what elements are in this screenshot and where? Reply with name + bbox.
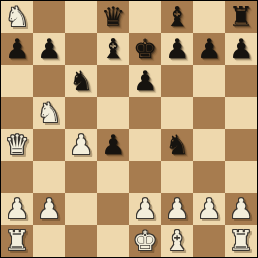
square-e7[interactable]: ♚ (129, 33, 161, 65)
piece-black-knight-c6: ♞ (69, 65, 93, 97)
piece-white-pawn-b2: ♟ (37, 193, 61, 225)
square-a7[interactable]: ♟ (1, 33, 33, 65)
square-a8[interactable]: ♞ (1, 1, 33, 33)
square-h3[interactable] (225, 161, 257, 193)
square-f3[interactable] (161, 161, 193, 193)
square-b3[interactable] (33, 161, 65, 193)
square-f1[interactable]: ♝ (161, 225, 193, 257)
square-d5[interactable] (97, 97, 129, 129)
square-a4[interactable]: ♛ (1, 129, 33, 161)
square-c4[interactable]: ♟ (65, 129, 97, 161)
square-a3[interactable] (1, 161, 33, 193)
square-d7[interactable]: ♝ (97, 33, 129, 65)
square-d4[interactable]: ♟ (97, 129, 129, 161)
square-g1[interactable] (193, 225, 225, 257)
square-b1[interactable] (33, 225, 65, 257)
chess-board-frame: ♞♛♝♜♟♟♝♚♟♟♟♞♟♞♛♟♟♞♟♟♟♟♟♟♜♚♝♜ (0, 0, 258, 258)
square-f7[interactable]: ♟ (161, 33, 193, 65)
piece-white-bishop-f1: ♝ (165, 225, 189, 257)
square-c6[interactable]: ♞ (65, 65, 97, 97)
square-c7[interactable] (65, 33, 97, 65)
piece-black-queen-d8: ♛ (101, 1, 125, 33)
square-b8[interactable] (33, 1, 65, 33)
square-g3[interactable] (193, 161, 225, 193)
piece-black-pawn-f7: ♟ (165, 33, 189, 65)
square-h6[interactable] (225, 65, 257, 97)
square-c5[interactable] (65, 97, 97, 129)
square-h2[interactable]: ♟ (225, 193, 257, 225)
square-e6[interactable]: ♟ (129, 65, 161, 97)
square-b5[interactable]: ♞ (33, 97, 65, 129)
square-f2[interactable]: ♟ (161, 193, 193, 225)
piece-black-pawn-g7: ♟ (197, 33, 221, 65)
square-f5[interactable] (161, 97, 193, 129)
piece-white-pawn-c4: ♟ (69, 129, 93, 161)
piece-white-knight-a8: ♞ (5, 1, 29, 33)
square-e4[interactable] (129, 129, 161, 161)
square-e1[interactable]: ♚ (129, 225, 161, 257)
square-d6[interactable] (97, 65, 129, 97)
square-a5[interactable] (1, 97, 33, 129)
piece-white-rook-a1: ♜ (5, 225, 29, 257)
square-g8[interactable] (193, 1, 225, 33)
piece-white-rook-h1: ♜ (229, 225, 253, 257)
square-d1[interactable] (97, 225, 129, 257)
square-d3[interactable] (97, 161, 129, 193)
square-e2[interactable]: ♟ (129, 193, 161, 225)
piece-black-king-e7: ♚ (133, 33, 157, 65)
square-b6[interactable] (33, 65, 65, 97)
square-c3[interactable] (65, 161, 97, 193)
piece-white-queen-a4: ♛ (5, 129, 29, 161)
piece-white-king-e1: ♚ (133, 225, 157, 257)
chess-board: ♞♛♝♜♟♟♝♚♟♟♟♞♟♞♛♟♟♞♟♟♟♟♟♟♜♚♝♜ (1, 1, 257, 257)
square-e8[interactable] (129, 1, 161, 33)
piece-white-pawn-a2: ♟ (5, 193, 29, 225)
square-g6[interactable] (193, 65, 225, 97)
square-g5[interactable] (193, 97, 225, 129)
piece-white-pawn-f2: ♟ (165, 193, 189, 225)
piece-black-pawn-e6: ♟ (133, 65, 157, 97)
square-c8[interactable] (65, 1, 97, 33)
square-a6[interactable] (1, 65, 33, 97)
square-h8[interactable]: ♜ (225, 1, 257, 33)
piece-black-pawn-d4: ♟ (101, 129, 125, 161)
piece-black-rook-h8: ♜ (229, 1, 253, 33)
square-f6[interactable] (161, 65, 193, 97)
piece-black-bishop-f8: ♝ (165, 1, 189, 33)
square-b7[interactable]: ♟ (33, 33, 65, 65)
square-a2[interactable]: ♟ (1, 193, 33, 225)
piece-white-pawn-h2: ♟ (229, 193, 253, 225)
square-h4[interactable] (225, 129, 257, 161)
square-a1[interactable]: ♜ (1, 225, 33, 257)
square-g4[interactable] (193, 129, 225, 161)
piece-white-pawn-g2: ♟ (197, 193, 221, 225)
square-f4[interactable]: ♞ (161, 129, 193, 161)
piece-white-knight-b5: ♞ (37, 97, 61, 129)
piece-black-pawn-b7: ♟ (37, 33, 61, 65)
square-h5[interactable] (225, 97, 257, 129)
square-f8[interactable]: ♝ (161, 1, 193, 33)
square-h7[interactable]: ♟ (225, 33, 257, 65)
square-d2[interactable] (97, 193, 129, 225)
piece-black-bishop-d7: ♝ (101, 33, 125, 65)
square-b4[interactable] (33, 129, 65, 161)
square-b2[interactable]: ♟ (33, 193, 65, 225)
square-g2[interactable]: ♟ (193, 193, 225, 225)
square-c2[interactable] (65, 193, 97, 225)
square-g7[interactable]: ♟ (193, 33, 225, 65)
square-e5[interactable] (129, 97, 161, 129)
piece-white-pawn-e2: ♟ (133, 193, 157, 225)
piece-black-pawn-h7: ♟ (229, 33, 253, 65)
piece-black-knight-f4: ♞ (165, 129, 189, 161)
square-e3[interactable] (129, 161, 161, 193)
square-d8[interactable]: ♛ (97, 1, 129, 33)
square-c1[interactable] (65, 225, 97, 257)
square-h1[interactable]: ♜ (225, 225, 257, 257)
piece-black-pawn-a7: ♟ (5, 33, 29, 65)
